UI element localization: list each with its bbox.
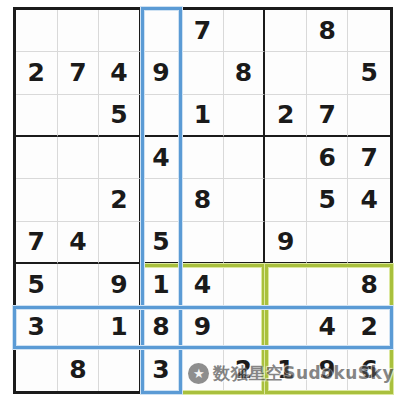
cell-r3c2[interactable]	[58, 95, 100, 137]
cell-r5c3[interactable]: 2	[99, 179, 141, 221]
cell-r8c4[interactable]: 8	[141, 306, 183, 348]
cell-r1c2[interactable]	[58, 10, 100, 52]
cell-r5c6[interactable]	[224, 179, 266, 221]
cell-r2c5[interactable]	[182, 52, 224, 94]
cell-r1c1[interactable]	[16, 10, 58, 52]
cell-r5c4[interactable]	[141, 179, 183, 221]
cell-r8c8[interactable]: 4	[307, 306, 349, 348]
cell-r7c8[interactable]	[307, 264, 349, 306]
cell-r1c3[interactable]	[99, 10, 141, 52]
cell-r5c8[interactable]: 5	[307, 179, 349, 221]
cell-r2c9[interactable]: 5	[348, 52, 390, 94]
cell-r3c3[interactable]: 5	[99, 95, 141, 137]
cell-r3c1[interactable]	[16, 95, 58, 137]
cell-r7c2[interactable]	[58, 264, 100, 306]
cell-r1c7[interactable]	[265, 10, 307, 52]
cell-r6c7[interactable]: 9	[265, 222, 307, 264]
cell-r7c9[interactable]: 8	[348, 264, 390, 306]
cell-r4c5[interactable]	[182, 137, 224, 179]
cell-r3c8[interactable]: 7	[307, 95, 349, 137]
cell-r2c3[interactable]: 4	[99, 52, 141, 94]
cell-r2c6[interactable]: 8	[224, 52, 266, 94]
cell-r8c3[interactable]: 1	[99, 306, 141, 348]
cell-r3c5[interactable]: 1	[182, 95, 224, 137]
cell-r9c4[interactable]: 3	[141, 349, 183, 391]
cell-r8c7[interactable]	[265, 306, 307, 348]
cell-r7c3[interactable]: 9	[99, 264, 141, 306]
cell-r3c4[interactable]	[141, 95, 183, 137]
cell-r3c7[interactable]: 2	[265, 95, 307, 137]
cell-r5c7[interactable]	[265, 179, 307, 221]
cell-r1c8[interactable]: 8	[307, 10, 349, 52]
cell-r5c9[interactable]: 4	[348, 179, 390, 221]
cell-r9c2[interactable]: 8	[58, 349, 100, 391]
cell-r2c7[interactable]	[265, 52, 307, 94]
cell-r7c5[interactable]: 4	[182, 264, 224, 306]
cell-r4c9[interactable]: 7	[348, 137, 390, 179]
cell-r4c1[interactable]	[16, 137, 58, 179]
cell-r7c6[interactable]	[224, 264, 266, 306]
cell-r1c5[interactable]: 7	[182, 10, 224, 52]
sudoku-board: 7827498551274672854745959148318942832196	[13, 7, 393, 394]
cell-r1c9[interactable]	[348, 10, 390, 52]
cell-r7c4[interactable]: 1	[141, 264, 183, 306]
cell-r9c3[interactable]	[99, 349, 141, 391]
cell-r1c4[interactable]	[141, 10, 183, 52]
cell-r6c8[interactable]	[307, 222, 349, 264]
cell-r1c6[interactable]	[224, 10, 266, 52]
cell-r5c5[interactable]: 8	[182, 179, 224, 221]
cell-r8c2[interactable]	[58, 306, 100, 348]
cell-r2c4[interactable]: 9	[141, 52, 183, 94]
watermark: ★ 数独星空SudokuSky	[188, 362, 394, 385]
sudoku-diagram: 7827498551274672854745959148318942832196…	[0, 0, 400, 400]
cell-r2c8[interactable]	[307, 52, 349, 94]
cell-r4c6[interactable]	[224, 137, 266, 179]
cell-r6c6[interactable]	[224, 222, 266, 264]
cell-r4c8[interactable]: 6	[307, 137, 349, 179]
cell-r6c3[interactable]	[99, 222, 141, 264]
cell-r6c4[interactable]: 5	[141, 222, 183, 264]
cell-r8c6[interactable]	[224, 306, 266, 348]
cell-r8c5[interactable]: 9	[182, 306, 224, 348]
cell-r5c1[interactable]	[16, 179, 58, 221]
cell-r6c9[interactable]	[348, 222, 390, 264]
cell-r2c1[interactable]: 2	[16, 52, 58, 94]
cell-r8c9[interactable]: 2	[348, 306, 390, 348]
cell-r9c1[interactable]	[16, 349, 58, 391]
cell-r8c1[interactable]: 3	[16, 306, 58, 348]
cell-r3c9[interactable]	[348, 95, 390, 137]
cell-r4c4[interactable]: 4	[141, 137, 183, 179]
cell-r2c2[interactable]: 7	[58, 52, 100, 94]
cell-r4c7[interactable]	[265, 137, 307, 179]
cell-r7c7[interactable]	[265, 264, 307, 306]
cell-r4c3[interactable]	[99, 137, 141, 179]
cell-r7c1[interactable]: 5	[16, 264, 58, 306]
cell-r6c5[interactable]	[182, 222, 224, 264]
sudokusky-logo-icon: ★	[188, 363, 209, 384]
cell-r5c2[interactable]	[58, 179, 100, 221]
cell-r4c2[interactable]	[58, 137, 100, 179]
cell-r3c6[interactable]	[224, 95, 266, 137]
watermark-text: 数独星空SudokuSky	[213, 362, 394, 385]
cell-r6c2[interactable]: 4	[58, 222, 100, 264]
cell-r6c1[interactable]: 7	[16, 222, 58, 264]
